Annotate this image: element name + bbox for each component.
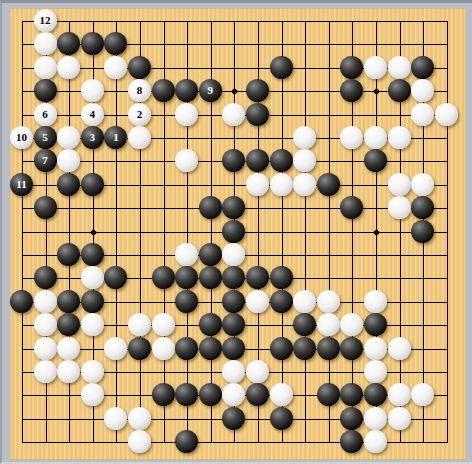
white-stone[interactable] (411, 173, 434, 196)
black-stone[interactable] (246, 79, 269, 102)
move-number-label: 2 (137, 109, 143, 120)
white-stone[interactable] (270, 173, 293, 196)
move-number-label: 6 (42, 109, 48, 120)
white-stone[interactable] (411, 79, 434, 102)
black-stone[interactable]: 5 (34, 126, 57, 149)
black-stone[interactable] (199, 383, 222, 406)
white-stone[interactable] (388, 337, 411, 360)
white-stone[interactable] (222, 360, 245, 383)
white-stone[interactable] (152, 337, 175, 360)
white-stone[interactable] (57, 337, 80, 360)
black-stone[interactable] (270, 407, 293, 430)
black-stone[interactable] (340, 383, 363, 406)
black-stone[interactable] (104, 32, 127, 55)
black-stone[interactable] (199, 313, 222, 336)
white-stone[interactable] (364, 337, 387, 360)
white-stone[interactable] (81, 79, 104, 102)
black-stone[interactable] (175, 79, 198, 102)
move-number-label: 11 (16, 179, 26, 190)
hoshi-point (373, 229, 380, 236)
white-stone[interactable] (128, 313, 151, 336)
white-stone[interactable] (128, 407, 151, 430)
black-stone[interactable]: 9 (199, 79, 222, 102)
black-stone[interactable] (411, 220, 434, 243)
move-number-label: 8 (137, 85, 143, 96)
white-stone[interactable] (340, 313, 363, 336)
white-stone[interactable]: 2 (128, 103, 151, 126)
black-stone[interactable] (57, 173, 80, 196)
white-stone[interactable] (388, 126, 411, 149)
white-stone[interactable] (128, 430, 151, 453)
black-stone[interactable] (104, 266, 127, 289)
white-stone[interactable] (34, 360, 57, 383)
grid-line-vertical (447, 21, 448, 443)
black-stone[interactable] (175, 430, 198, 453)
black-stone[interactable] (340, 79, 363, 102)
white-stone[interactable] (411, 103, 434, 126)
window-background: 128964210531711 (0, 0, 472, 464)
black-stone[interactable] (199, 266, 222, 289)
white-stone[interactable] (435, 103, 458, 126)
white-stone[interactable]: 8 (128, 79, 151, 102)
black-stone[interactable] (222, 337, 245, 360)
go-board: 128964210531711 (10, 8, 466, 460)
black-stone[interactable] (340, 430, 363, 453)
black-stone[interactable] (34, 79, 57, 102)
white-stone[interactable] (388, 173, 411, 196)
black-stone[interactable]: 11 (10, 173, 33, 196)
black-stone[interactable] (81, 173, 104, 196)
white-stone[interactable] (81, 266, 104, 289)
white-stone[interactable] (317, 313, 340, 336)
black-stone[interactable] (222, 196, 245, 219)
black-stone[interactable] (270, 56, 293, 79)
white-stone[interactable] (246, 360, 269, 383)
white-stone[interactable] (388, 196, 411, 219)
black-stone[interactable] (340, 196, 363, 219)
white-stone[interactable] (317, 290, 340, 313)
white-stone[interactable] (128, 126, 151, 149)
black-stone[interactable] (246, 103, 269, 126)
black-stone[interactable] (293, 337, 316, 360)
white-stone[interactable] (57, 360, 80, 383)
move-number-label: 10 (16, 132, 27, 143)
white-stone[interactable] (222, 383, 245, 406)
black-stone[interactable] (57, 290, 80, 313)
white-stone[interactable] (293, 126, 316, 149)
black-stone[interactable] (152, 383, 175, 406)
black-stone[interactable] (222, 220, 245, 243)
white-stone[interactable] (104, 337, 127, 360)
hoshi-point (90, 229, 97, 236)
grid-line-vertical (116, 21, 117, 443)
black-stone[interactable] (57, 32, 80, 55)
white-stone[interactable] (81, 360, 104, 383)
white-stone[interactable]: 4 (81, 103, 104, 126)
black-stone[interactable] (199, 196, 222, 219)
white-stone[interactable] (364, 407, 387, 430)
black-stone[interactable] (340, 56, 363, 79)
white-stone[interactable] (81, 313, 104, 336)
white-stone[interactable] (270, 383, 293, 406)
white-stone[interactable] (34, 337, 57, 360)
move-number-label: 5 (42, 132, 48, 143)
black-stone[interactable] (340, 337, 363, 360)
black-stone[interactable] (411, 56, 434, 79)
white-stone[interactable] (388, 383, 411, 406)
black-stone[interactable]: 1 (104, 126, 127, 149)
white-stone[interactable] (293, 290, 316, 313)
black-stone[interactable] (222, 407, 245, 430)
white-stone[interactable] (104, 56, 127, 79)
grid-line-vertical (22, 21, 23, 443)
black-stone[interactable] (270, 149, 293, 172)
black-stone[interactable] (57, 243, 80, 266)
white-stone[interactable] (293, 173, 316, 196)
black-stone[interactable] (10, 290, 33, 313)
black-stone[interactable] (246, 266, 269, 289)
black-stone[interactable] (270, 290, 293, 313)
white-stone[interactable]: 6 (34, 103, 57, 126)
grid-line-vertical (305, 21, 306, 443)
black-stone[interactable] (199, 243, 222, 266)
white-stone[interactable] (152, 313, 175, 336)
white-stone[interactable] (57, 56, 80, 79)
white-stone[interactable] (34, 32, 57, 55)
white-stone[interactable] (246, 290, 269, 313)
black-stone[interactable] (270, 266, 293, 289)
white-stone[interactable]: 12 (34, 9, 57, 32)
black-stone[interactable] (81, 243, 104, 266)
white-stone[interactable] (364, 56, 387, 79)
black-stone[interactable]: 3 (81, 126, 104, 149)
black-stone[interactable] (411, 196, 434, 219)
black-stone[interactable] (340, 407, 363, 430)
black-stone[interactable] (199, 337, 222, 360)
black-stone[interactable] (317, 173, 340, 196)
black-stone[interactable] (246, 149, 269, 172)
grid-line-vertical (329, 21, 330, 443)
white-stone[interactable]: 10 (10, 126, 33, 149)
white-stone[interactable] (222, 243, 245, 266)
black-stone[interactable] (364, 313, 387, 336)
white-stone[interactable] (364, 360, 387, 383)
white-stone[interactable] (411, 383, 434, 406)
black-stone[interactable] (222, 313, 245, 336)
white-stone[interactable] (175, 149, 198, 172)
black-stone[interactable] (222, 266, 245, 289)
black-stone[interactable] (388, 79, 411, 102)
black-stone[interactable] (81, 290, 104, 313)
black-stone[interactable] (293, 313, 316, 336)
white-stone[interactable] (57, 126, 80, 149)
black-stone[interactable] (222, 149, 245, 172)
white-stone[interactable] (34, 290, 57, 313)
move-number-label: 7 (42, 155, 48, 166)
white-stone[interactable] (175, 243, 198, 266)
black-stone[interactable] (128, 337, 151, 360)
white-stone[interactable] (364, 290, 387, 313)
black-stone[interactable] (364, 383, 387, 406)
white-stone[interactable] (222, 103, 245, 126)
black-stone[interactable] (128, 56, 151, 79)
grid-line-vertical (282, 21, 283, 443)
move-number-label: 12 (40, 15, 51, 26)
white-stone[interactable] (81, 383, 104, 406)
black-stone[interactable] (34, 196, 57, 219)
white-stone[interactable] (340, 126, 363, 149)
black-stone[interactable] (57, 313, 80, 336)
black-stone[interactable] (317, 337, 340, 360)
black-stone[interactable] (34, 266, 57, 289)
black-stone[interactable] (81, 32, 104, 55)
white-stone[interactable] (175, 103, 198, 126)
white-stone[interactable] (388, 407, 411, 430)
black-stone[interactable] (152, 266, 175, 289)
black-stone[interactable] (175, 383, 198, 406)
black-stone[interactable] (317, 383, 340, 406)
white-stone[interactable] (34, 313, 57, 336)
white-stone[interactable] (293, 149, 316, 172)
white-stone[interactable] (364, 126, 387, 149)
black-stone[interactable] (270, 337, 293, 360)
black-stone[interactable] (175, 266, 198, 289)
move-number-label: 9 (208, 85, 214, 96)
move-number-label: 4 (90, 109, 96, 120)
black-stone[interactable] (152, 79, 175, 102)
black-stone[interactable] (175, 337, 198, 360)
hoshi-point (231, 88, 238, 95)
white-stone[interactable] (34, 56, 57, 79)
move-number-label: 3 (90, 132, 96, 143)
black-stone[interactable] (364, 149, 387, 172)
hoshi-point (373, 88, 380, 95)
white-stone[interactable] (57, 149, 80, 172)
white-stone[interactable] (388, 56, 411, 79)
move-number-label: 1 (113, 132, 119, 143)
white-stone[interactable] (104, 407, 127, 430)
black-stone[interactable] (222, 290, 245, 313)
white-stone[interactable] (364, 430, 387, 453)
white-stone[interactable] (246, 173, 269, 196)
black-stone[interactable] (246, 383, 269, 406)
black-stone[interactable] (175, 290, 198, 313)
black-stone[interactable]: 7 (34, 149, 57, 172)
